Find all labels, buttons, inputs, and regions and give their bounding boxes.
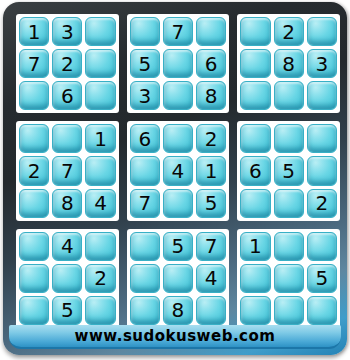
cell-r4c5[interactable] — [163, 124, 193, 153]
cell-r4c3[interactable]: 1 — [85, 124, 115, 153]
cell-r6c5[interactable] — [163, 189, 193, 218]
cell-r2c1[interactable]: 7 — [19, 49, 49, 78]
cell-r9c6[interactable] — [196, 296, 226, 325]
cell-r1c3[interactable] — [85, 17, 115, 46]
cell-r4c7[interactable] — [240, 124, 270, 153]
cell-r6c7[interactable] — [240, 189, 270, 218]
cell-r6c6[interactable]: 5 — [196, 189, 226, 218]
cell-r3c9[interactable] — [307, 81, 337, 110]
sudoku-box-2: 75638 — [127, 14, 230, 113]
footer-bar: www.sudokusweb.com — [9, 325, 341, 349]
sudoku-box-4: 12784 — [16, 121, 119, 220]
cell-r1c5[interactable]: 7 — [163, 17, 193, 46]
cell-r2c7[interactable] — [240, 49, 270, 78]
cell-r3c6[interactable]: 8 — [196, 81, 226, 110]
cell-r3c4[interactable]: 3 — [130, 81, 160, 110]
cell-r3c1[interactable] — [19, 81, 49, 110]
board-frame: 137267563828312784624175652425574815 www… — [3, 2, 347, 355]
cell-r8c2[interactable] — [52, 264, 82, 293]
cell-r1c8[interactable]: 2 — [274, 17, 304, 46]
cell-r2c2[interactable]: 2 — [52, 49, 82, 78]
cell-r8c1[interactable] — [19, 264, 49, 293]
cell-r8c8[interactable] — [274, 264, 304, 293]
cell-r3c7[interactable] — [240, 81, 270, 110]
cell-r5c4[interactable] — [130, 156, 160, 185]
site-link[interactable]: www.sudokusweb.com — [75, 327, 276, 345]
cell-r9c7[interactable] — [240, 296, 270, 325]
cell-r1c9[interactable] — [307, 17, 337, 46]
cell-r4c6[interactable]: 2 — [196, 124, 226, 153]
cell-r2c3[interactable] — [85, 49, 115, 78]
cell-r9c2[interactable]: 5 — [52, 296, 82, 325]
cell-r6c8[interactable] — [274, 189, 304, 218]
cell-r9c9[interactable] — [307, 296, 337, 325]
cell-r7c8[interactable] — [274, 232, 304, 261]
cell-r6c4[interactable]: 7 — [130, 189, 160, 218]
cell-r6c1[interactable] — [19, 189, 49, 218]
cell-r7c7[interactable]: 1 — [240, 232, 270, 261]
cell-r4c2[interactable] — [52, 124, 82, 153]
cell-r5c2[interactable]: 7 — [52, 156, 82, 185]
sudoku-board: 137267563828312784624175652425574815 — [16, 14, 340, 328]
cell-r7c5[interactable]: 5 — [163, 232, 193, 261]
cell-r8c4[interactable] — [130, 264, 160, 293]
cell-r9c1[interactable] — [19, 296, 49, 325]
cell-r6c9[interactable]: 2 — [307, 189, 337, 218]
cell-r1c4[interactable] — [130, 17, 160, 46]
cell-r8c6[interactable]: 4 — [196, 264, 226, 293]
cell-r5c1[interactable]: 2 — [19, 156, 49, 185]
cell-r5c5[interactable]: 4 — [163, 156, 193, 185]
sudoku-box-1: 13726 — [16, 14, 119, 113]
cell-r3c5[interactable] — [163, 81, 193, 110]
cell-r5c7[interactable]: 6 — [240, 156, 270, 185]
cell-r7c9[interactable] — [307, 232, 337, 261]
cell-r1c2[interactable]: 3 — [52, 17, 82, 46]
cell-r9c8[interactable] — [274, 296, 304, 325]
cell-r2c8[interactable]: 8 — [274, 49, 304, 78]
cell-r1c1[interactable]: 1 — [19, 17, 49, 46]
cell-r2c6[interactable]: 6 — [196, 49, 226, 78]
cell-r4c8[interactable] — [274, 124, 304, 153]
cell-r4c4[interactable]: 6 — [130, 124, 160, 153]
cell-r2c5[interactable] — [163, 49, 193, 78]
cell-r7c6[interactable]: 7 — [196, 232, 226, 261]
cell-r2c9[interactable]: 3 — [307, 49, 337, 78]
sudoku-box-6: 652 — [237, 121, 340, 220]
cell-r6c2[interactable]: 8 — [52, 189, 82, 218]
cell-r5c8[interactable]: 5 — [274, 156, 304, 185]
cell-r4c9[interactable] — [307, 124, 337, 153]
cell-r6c3[interactable]: 4 — [85, 189, 115, 218]
cell-r9c4[interactable] — [130, 296, 160, 325]
cell-r8c5[interactable] — [163, 264, 193, 293]
sudoku-box-7: 425 — [16, 229, 119, 328]
cell-r4c1[interactable] — [19, 124, 49, 153]
cell-r7c2[interactable]: 4 — [52, 232, 82, 261]
cell-r8c3[interactable]: 2 — [85, 264, 115, 293]
cell-r5c3[interactable] — [85, 156, 115, 185]
cell-r7c1[interactable] — [19, 232, 49, 261]
sudoku-widget: 137267563828312784624175652425574815 www… — [0, 0, 350, 360]
sudoku-box-8: 5748 — [127, 229, 230, 328]
cell-r2c4[interactable]: 5 — [130, 49, 160, 78]
cell-r5c6[interactable]: 1 — [196, 156, 226, 185]
cell-r7c4[interactable] — [130, 232, 160, 261]
cell-r8c9[interactable]: 5 — [307, 264, 337, 293]
cell-r7c3[interactable] — [85, 232, 115, 261]
cell-r3c3[interactable] — [85, 81, 115, 110]
cell-r8c7[interactable] — [240, 264, 270, 293]
cell-r3c8[interactable] — [274, 81, 304, 110]
cell-r1c7[interactable] — [240, 17, 270, 46]
cell-r3c2[interactable]: 6 — [52, 81, 82, 110]
sudoku-box-9: 15 — [237, 229, 340, 328]
cell-r1c6[interactable] — [196, 17, 226, 46]
cell-r5c9[interactable] — [307, 156, 337, 185]
cell-r9c5[interactable]: 8 — [163, 296, 193, 325]
sudoku-box-5: 624175 — [127, 121, 230, 220]
cell-r9c3[interactable] — [85, 296, 115, 325]
sudoku-box-3: 283 — [237, 14, 340, 113]
